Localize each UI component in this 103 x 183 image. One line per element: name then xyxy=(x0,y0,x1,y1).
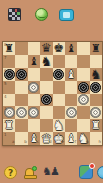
piece-black-pawn-b6[interactable] xyxy=(16,69,27,80)
square-e1[interactable]: e♚ xyxy=(53,132,65,145)
square-d6[interactable] xyxy=(40,68,52,81)
square-e8[interactable]: ♚ xyxy=(53,42,65,55)
square-c6[interactable] xyxy=(28,68,40,81)
square-a1[interactable]: 1a xyxy=(3,132,15,145)
partial-circle-icon[interactable] xyxy=(97,166,103,179)
piece-black-bishop-f8[interactable]: ♝ xyxy=(66,43,76,54)
square-g7[interactable] xyxy=(77,55,89,68)
square-c8[interactable] xyxy=(28,42,40,55)
piece-black-rook-a8[interactable]: ♜ xyxy=(4,43,14,54)
piece-black-pawn-e6[interactable] xyxy=(53,69,64,80)
piece-black-bishop-c7[interactable]: ♝ xyxy=(29,56,39,67)
file-label-a: a xyxy=(12,140,14,144)
square-f6[interactable]: ♝ xyxy=(65,68,77,81)
file-label-h: h xyxy=(98,140,101,144)
chess-app-screen: 8♜♛♚♝♜7♝♞6♝♞5432♜♞♜1abc♝d♛e♚f♝g♞h ? ♞♟ xyxy=(0,0,103,183)
square-f8[interactable]: ♝ xyxy=(65,42,77,55)
bell-icon[interactable] xyxy=(24,166,37,179)
square-b3[interactable] xyxy=(15,106,27,119)
piece-white-bishop-f6[interactable]: ♝ xyxy=(66,69,76,80)
notification-badge xyxy=(89,163,95,169)
piece-black-knight-h6[interactable]: ♞ xyxy=(90,68,102,81)
help-icon[interactable]: ? xyxy=(4,166,17,179)
piece-white-bishop-f1[interactable]: ♝ xyxy=(66,133,76,144)
square-d7[interactable]: ♞ xyxy=(40,55,52,68)
square-f5[interactable] xyxy=(65,81,77,94)
square-b2[interactable] xyxy=(15,119,27,132)
square-a5[interactable]: 5 xyxy=(3,81,15,94)
piece-white-pawn-b3[interactable] xyxy=(16,107,27,118)
bottom-toolbar: ? ♞♟ xyxy=(0,162,103,183)
square-e7[interactable] xyxy=(53,55,65,68)
square-a3[interactable]: 3 xyxy=(3,106,15,119)
piece-white-king-e1[interactable]: ♚ xyxy=(53,133,64,145)
board-grid: 8♜♛♚♝♜7♝♞6♝♞5432♜♞♜1abc♝d♛e♚f♝g♞h xyxy=(3,42,102,145)
square-g6[interactable] xyxy=(77,68,89,81)
square-g8[interactable] xyxy=(77,42,89,55)
rank-label-4: 4 xyxy=(4,95,7,99)
piece-black-pawn-d4[interactable] xyxy=(41,94,52,105)
square-c7[interactable]: ♝ xyxy=(28,55,40,68)
piece-black-rook-h8[interactable]: ♜ xyxy=(91,43,101,54)
file-label-b: b xyxy=(24,140,27,144)
square-e2[interactable]: ♞ xyxy=(53,119,65,132)
square-c1[interactable]: c♝ xyxy=(28,132,40,145)
square-a6[interactable]: 6 xyxy=(3,68,15,81)
square-c3[interactable] xyxy=(28,106,40,119)
square-h1[interactable]: h xyxy=(90,132,102,145)
square-b4[interactable] xyxy=(15,94,27,107)
top-toolbar xyxy=(0,6,103,24)
square-c5[interactable] xyxy=(28,81,40,94)
rank-label-7: 7 xyxy=(4,56,7,60)
square-h6[interactable]: ♞ xyxy=(90,68,102,81)
square-a8[interactable]: 8♜ xyxy=(3,42,15,55)
blue-tile-icon[interactable] xyxy=(59,9,74,21)
chess-board: 8♜♛♚♝♜7♝♞6♝♞5432♜♞♜1abc♝d♛e♚f♝g♞h xyxy=(2,41,103,146)
square-b5[interactable] xyxy=(15,81,27,94)
square-d1[interactable]: d♛ xyxy=(40,132,52,145)
square-c4[interactable] xyxy=(28,94,40,107)
square-g1[interactable]: g♞ xyxy=(77,132,89,145)
square-a7[interactable]: 7 xyxy=(3,55,15,68)
square-g5[interactable] xyxy=(77,81,89,94)
rank-label-5: 5 xyxy=(4,82,7,86)
square-b7[interactable] xyxy=(15,55,27,68)
square-a4[interactable]: 4 xyxy=(3,94,15,107)
square-h8[interactable]: ♜ xyxy=(90,42,102,55)
square-d2[interactable] xyxy=(40,119,52,132)
piece-white-knight-e2[interactable]: ♞ xyxy=(53,119,65,132)
piece-black-pawn-a6[interactable] xyxy=(4,69,15,80)
square-d3[interactable] xyxy=(40,106,52,119)
board-theme-icon[interactable] xyxy=(8,8,21,21)
square-e5[interactable] xyxy=(53,81,65,94)
square-h5[interactable] xyxy=(90,81,102,94)
square-f2[interactable] xyxy=(65,119,77,132)
piece-white-pawn-c5[interactable] xyxy=(28,82,39,93)
piece-white-rook-h2[interactable]: ♜ xyxy=(91,120,101,131)
piece-white-rook-a2[interactable]: ♜ xyxy=(4,120,14,131)
green-ball-icon[interactable] xyxy=(35,8,48,21)
piece-white-queen-d1[interactable]: ♛ xyxy=(41,133,52,145)
piece-white-pawn-f3[interactable] xyxy=(66,107,77,118)
rank-label-1: 1 xyxy=(4,133,7,137)
notification-dot xyxy=(32,166,37,171)
square-b8[interactable] xyxy=(15,42,27,55)
square-h4[interactable] xyxy=(90,94,102,107)
square-d5[interactable] xyxy=(40,81,52,94)
square-f7[interactable] xyxy=(65,55,77,68)
square-b1[interactable]: b xyxy=(15,132,27,145)
piece-black-pawn-h5[interactable] xyxy=(90,82,101,93)
square-d8[interactable]: ♛ xyxy=(40,42,52,55)
piece-white-bishop-c1[interactable]: ♝ xyxy=(29,133,39,144)
help-label: ? xyxy=(8,168,13,178)
square-f4[interactable] xyxy=(65,94,77,107)
square-h3[interactable] xyxy=(90,106,102,119)
piece-black-queen-d8[interactable]: ♛ xyxy=(41,42,52,54)
square-e4[interactable] xyxy=(53,94,65,107)
piece-black-king-e8[interactable]: ♚ xyxy=(53,42,64,54)
square-h2[interactable]: ♜ xyxy=(90,119,102,132)
players-pieces-icon[interactable]: ♞♟ xyxy=(40,164,60,180)
square-c2[interactable] xyxy=(28,119,40,132)
square-a2[interactable]: 2♜ xyxy=(3,119,15,132)
square-b6[interactable] xyxy=(15,68,27,81)
piece-white-pawn-h3[interactable] xyxy=(90,107,101,118)
piece-white-pawn-a3[interactable] xyxy=(4,107,15,118)
badged-app-icon[interactable] xyxy=(79,165,93,179)
bell-base xyxy=(24,175,37,179)
square-h7[interactable] xyxy=(90,55,102,68)
square-g3[interactable] xyxy=(77,106,89,119)
square-d4[interactable] xyxy=(40,94,52,107)
piece-black-pawn-g5[interactable] xyxy=(78,82,89,93)
piece-white-pawn-c3[interactable] xyxy=(28,107,39,118)
square-f3[interactable] xyxy=(65,106,77,119)
piece-black-knight-d7[interactable]: ♞ xyxy=(40,55,52,68)
square-f1[interactable]: f♝ xyxy=(65,132,77,145)
square-g4[interactable] xyxy=(77,94,89,107)
piece-white-pawn-g4[interactable] xyxy=(78,94,89,105)
square-e6[interactable] xyxy=(53,68,65,81)
piece-white-knight-g1[interactable]: ♞ xyxy=(78,132,90,145)
